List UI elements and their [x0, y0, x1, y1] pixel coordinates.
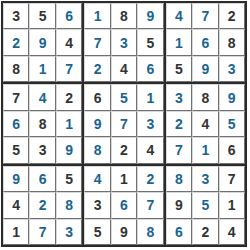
cell-r7c7[interactable]: 8: [166, 166, 192, 192]
cell-r4c5[interactable]: 5: [111, 84, 137, 110]
cell-r5c8[interactable]: 4: [192, 111, 218, 137]
cell-r3c6[interactable]: 6: [137, 56, 163, 82]
cell-r5c9[interactable]: 5: [219, 111, 245, 137]
cell-r8c6[interactable]: 7: [137, 192, 163, 218]
cell-r3c2[interactable]: 1: [29, 56, 55, 82]
cell-r6c1[interactable]: 5: [3, 137, 29, 163]
cell-r2c4[interactable]: 7: [84, 29, 110, 55]
cell-r6c9[interactable]: 6: [219, 137, 245, 163]
cell-r4c8[interactable]: 8: [192, 84, 218, 110]
cell-r6c6[interactable]: 4: [137, 137, 163, 163]
cell-r2c6[interactable]: 5: [137, 29, 163, 55]
box-8: 412367598: [84, 166, 163, 245]
cell-r7c9[interactable]: 7: [219, 166, 245, 192]
cell-r1c3[interactable]: 6: [56, 3, 82, 29]
box-3: 472168593: [166, 3, 245, 82]
cell-r3c5[interactable]: 4: [111, 56, 137, 82]
cell-r8c5[interactable]: 6: [111, 192, 137, 218]
sudoku-frame: 3562948171897352464721685937426815396519…: [0, 0, 250, 250]
cell-r3c8[interactable]: 9: [192, 56, 218, 82]
cell-r8c8[interactable]: 5: [192, 192, 218, 218]
cell-r2c3[interactable]: 4: [56, 29, 82, 55]
cell-r7c8[interactable]: 3: [192, 166, 218, 192]
cell-r4c1[interactable]: 7: [3, 84, 29, 110]
cell-r7c6[interactable]: 2: [137, 166, 163, 192]
cell-r1c4[interactable]: 1: [84, 3, 110, 29]
cell-r5c2[interactable]: 8: [29, 111, 55, 137]
cell-r6c3[interactable]: 9: [56, 137, 82, 163]
cell-r9c3[interactable]: 3: [56, 219, 82, 245]
cell-r5c7[interactable]: 2: [166, 111, 192, 137]
cell-r9c5[interactable]: 9: [111, 219, 137, 245]
cell-r9c7[interactable]: 6: [166, 219, 192, 245]
cell-r4c3[interactable]: 2: [56, 84, 82, 110]
cell-r5c4[interactable]: 9: [84, 111, 110, 137]
cell-r4c9[interactable]: 9: [219, 84, 245, 110]
cell-r8c3[interactable]: 8: [56, 192, 82, 218]
cell-r3c3[interactable]: 7: [56, 56, 82, 82]
cell-r8c1[interactable]: 4: [3, 192, 29, 218]
cell-r3c4[interactable]: 2: [84, 56, 110, 82]
cell-r5c5[interactable]: 7: [111, 111, 137, 137]
cell-r2c7[interactable]: 1: [166, 29, 192, 55]
cell-r1c6[interactable]: 9: [137, 3, 163, 29]
cell-r8c9[interactable]: 1: [219, 192, 245, 218]
cell-r9c8[interactable]: 2: [192, 219, 218, 245]
box-1: 356294817: [3, 3, 82, 82]
cell-r2c1[interactable]: 2: [3, 29, 29, 55]
cell-r7c4[interactable]: 4: [84, 166, 110, 192]
cell-r7c1[interactable]: 9: [3, 166, 29, 192]
cell-r9c1[interactable]: 1: [3, 219, 29, 245]
cell-r2c8[interactable]: 6: [192, 29, 218, 55]
cell-r8c4[interactable]: 3: [84, 192, 110, 218]
box-2: 189735246: [84, 3, 163, 82]
cell-r5c6[interactable]: 3: [137, 111, 163, 137]
cell-r6c4[interactable]: 8: [84, 137, 110, 163]
cell-r1c1[interactable]: 3: [3, 3, 29, 29]
cell-r2c9[interactable]: 8: [219, 29, 245, 55]
cell-r4c7[interactable]: 3: [166, 84, 192, 110]
box-6: 389245716: [166, 84, 245, 163]
cell-r6c7[interactable]: 7: [166, 137, 192, 163]
cell-r9c6[interactable]: 8: [137, 219, 163, 245]
cell-r9c9[interactable]: 4: [219, 219, 245, 245]
box-5: 651973824: [84, 84, 163, 163]
cell-r4c6[interactable]: 1: [137, 84, 163, 110]
cell-r6c8[interactable]: 1: [192, 137, 218, 163]
cell-r7c2[interactable]: 6: [29, 166, 55, 192]
cell-r3c9[interactable]: 3: [219, 56, 245, 82]
cell-r1c7[interactable]: 4: [166, 3, 192, 29]
cell-r7c3[interactable]: 5: [56, 166, 82, 192]
cell-r7c5[interactable]: 1: [111, 166, 137, 192]
cell-r2c5[interactable]: 3: [111, 29, 137, 55]
cell-r4c4[interactable]: 6: [84, 84, 110, 110]
cell-r5c3[interactable]: 1: [56, 111, 82, 137]
box-9: 837951624: [166, 166, 245, 245]
box-7: 965428173: [3, 166, 82, 245]
cell-r1c2[interactable]: 5: [29, 3, 55, 29]
cell-r3c1[interactable]: 8: [3, 56, 29, 82]
cell-r9c4[interactable]: 5: [84, 219, 110, 245]
cell-r8c2[interactable]: 2: [29, 192, 55, 218]
cell-r1c9[interactable]: 2: [219, 3, 245, 29]
cell-r1c5[interactable]: 8: [111, 3, 137, 29]
cell-r9c2[interactable]: 7: [29, 219, 55, 245]
cell-r2c2[interactable]: 9: [29, 29, 55, 55]
cell-r8c7[interactable]: 9: [166, 192, 192, 218]
cell-r5c1[interactable]: 6: [3, 111, 29, 137]
box-4: 742681539: [3, 84, 82, 163]
sudoku-board: 3562948171897352464721685937426815396519…: [1, 1, 247, 247]
cell-r1c8[interactable]: 7: [192, 3, 218, 29]
cell-r6c5[interactable]: 2: [111, 137, 137, 163]
cell-r6c2[interactable]: 3: [29, 137, 55, 163]
cell-r4c2[interactable]: 4: [29, 84, 55, 110]
cell-r3c7[interactable]: 5: [166, 56, 192, 82]
